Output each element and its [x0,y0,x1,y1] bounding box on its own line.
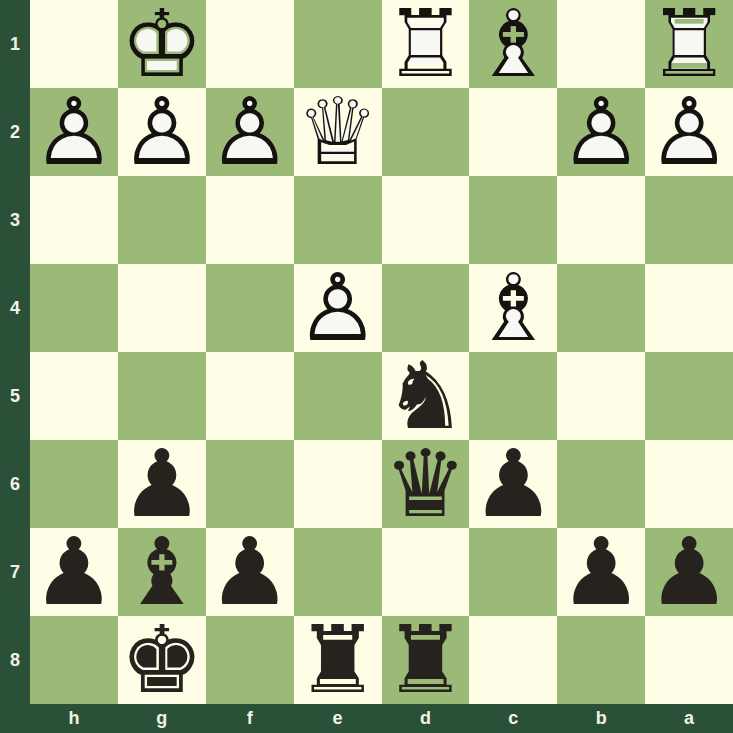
white-pawn-glyph: ♟ [645,88,733,176]
chess-board-frame: 12345678 ♚♔♜♖♝♗♜♖♟♙♟♙♟♙♛♕♟♙♟♙♟♙♝♗♞♟♛♟♟♝♟… [0,0,733,733]
square-b2[interactable]: ♟♙ [557,88,645,176]
white-rook-outline: ♖ [382,0,470,88]
square-e2[interactable]: ♛♕ [294,88,382,176]
square-h3[interactable] [30,176,118,264]
white-pawn-outline: ♙ [206,88,294,176]
square-f5[interactable] [206,352,294,440]
square-g1[interactable]: ♚♔ [118,0,206,88]
square-h5[interactable] [30,352,118,440]
white-rook-glyph: ♜ [645,0,733,88]
square-f2[interactable]: ♟♙ [206,88,294,176]
black-knight-icon[interactable]: ♞ [382,352,470,440]
square-d4[interactable] [382,264,470,352]
file-label-c: c [469,704,557,733]
square-h2[interactable]: ♟♙ [30,88,118,176]
square-f8[interactable] [206,616,294,704]
black-pawn-glyph: ♟ [557,528,645,616]
white-pawn-outline: ♙ [30,88,118,176]
square-f4[interactable] [206,264,294,352]
square-d8[interactable]: ♜ [382,616,470,704]
rank-label-4: 4 [0,264,30,352]
square-c2[interactable] [469,88,557,176]
black-pawn-glyph: ♟ [206,528,294,616]
file-label-b: b [557,704,645,733]
square-h1[interactable] [30,0,118,88]
black-rook-icon[interactable]: ♜ [294,616,382,704]
white-king-glyph: ♚ [118,0,206,88]
square-b1[interactable] [557,0,645,88]
file-label-a: a [645,704,733,733]
square-f7[interactable]: ♟ [206,528,294,616]
white-pawn-icon[interactable]: ♟♙ [206,88,294,176]
file-label-e: e [294,704,382,733]
white-rook-icon[interactable]: ♜♖ [645,0,733,88]
black-rook-glyph: ♜ [382,616,470,704]
square-g2[interactable]: ♟♙ [118,88,206,176]
white-pawn-outline: ♙ [294,264,382,352]
square-a6[interactable] [645,440,733,528]
square-f6[interactable] [206,440,294,528]
black-king-icon[interactable]: ♚ [118,616,206,704]
square-d6[interactable]: ♛ [382,440,470,528]
white-rook-glyph: ♜ [382,0,470,88]
black-queen-glyph: ♛ [382,440,470,528]
square-g8[interactable]: ♚ [118,616,206,704]
square-e6[interactable] [294,440,382,528]
white-bishop-glyph: ♝ [469,0,557,88]
black-pawn-icon[interactable]: ♟ [30,528,118,616]
square-d7[interactable] [382,528,470,616]
white-queen-outline: ♕ [294,88,382,176]
square-d1[interactable]: ♜♖ [382,0,470,88]
square-b5[interactable] [557,352,645,440]
square-g7[interactable]: ♝ [118,528,206,616]
square-c4[interactable]: ♝♗ [469,264,557,352]
file-labels: hgfedcba [30,704,733,733]
rank-label-6: 6 [0,440,30,528]
rank-labels: 12345678 [0,0,30,704]
square-h4[interactable] [30,264,118,352]
square-h7[interactable]: ♟ [30,528,118,616]
square-c8[interactable] [469,616,557,704]
black-pawn-glyph: ♟ [118,440,206,528]
white-queen-glyph: ♛ [294,88,382,176]
rank-label-7: 7 [0,528,30,616]
file-label-d: d [382,704,470,733]
white-bishop-outline: ♗ [469,0,557,88]
square-e1[interactable] [294,0,382,88]
rank-label-8: 8 [0,616,30,704]
square-b8[interactable] [557,616,645,704]
white-pawn-outline: ♙ [118,88,206,176]
square-b4[interactable] [557,264,645,352]
white-king-icon[interactable]: ♚♔ [118,0,206,88]
black-pawn-icon[interactable]: ♟ [206,528,294,616]
black-pawn-glyph: ♟ [469,440,557,528]
square-h8[interactable] [30,616,118,704]
white-pawn-icon[interactable]: ♟♙ [645,88,733,176]
square-h6[interactable] [30,440,118,528]
square-a8[interactable] [645,616,733,704]
black-pawn-icon[interactable]: ♟ [118,440,206,528]
square-b7[interactable]: ♟ [557,528,645,616]
square-e7[interactable] [294,528,382,616]
white-pawn-icon[interactable]: ♟♙ [557,88,645,176]
square-c7[interactable] [469,528,557,616]
black-knight-glyph: ♞ [382,352,470,440]
black-king-glyph: ♚ [118,616,206,704]
square-f3[interactable] [206,176,294,264]
black-pawn-icon[interactable]: ♟ [645,528,733,616]
square-a1[interactable]: ♜♖ [645,0,733,88]
white-pawn-glyph: ♟ [118,88,206,176]
board: ♚♔♜♖♝♗♜♖♟♙♟♙♟♙♛♕♟♙♟♙♟♙♝♗♞♟♛♟♟♝♟♟♟♚♜♜ [30,0,733,704]
black-rook-glyph: ♜ [294,616,382,704]
square-d3[interactable] [382,176,470,264]
rank-label-3: 3 [0,176,30,264]
black-pawn-glyph: ♟ [645,528,733,616]
square-g4[interactable] [118,264,206,352]
white-king-outline: ♔ [118,0,206,88]
white-rook-icon[interactable]: ♜♖ [382,0,470,88]
white-bishop-icon[interactable]: ♝♗ [469,264,557,352]
square-c1[interactable]: ♝♗ [469,0,557,88]
black-pawn-glyph: ♟ [30,528,118,616]
square-d5[interactable]: ♞ [382,352,470,440]
black-rook-icon[interactable]: ♜ [382,616,470,704]
black-pawn-icon[interactable]: ♟ [469,440,557,528]
white-pawn-glyph: ♟ [206,88,294,176]
square-a4[interactable] [645,264,733,352]
rank-label-2: 2 [0,88,30,176]
white-bishop-glyph: ♝ [469,264,557,352]
square-e5[interactable] [294,352,382,440]
white-pawn-icon[interactable]: ♟♙ [294,264,382,352]
square-a7[interactable]: ♟ [645,528,733,616]
white-queen-icon[interactable]: ♛♕ [294,88,382,176]
square-g5[interactable] [118,352,206,440]
rank-label-5: 5 [0,352,30,440]
square-b3[interactable] [557,176,645,264]
square-g3[interactable] [118,176,206,264]
white-pawn-outline: ♙ [645,88,733,176]
black-pawn-icon[interactable]: ♟ [557,528,645,616]
white-rook-outline: ♖ [645,0,733,88]
white-bishop-icon[interactable]: ♝♗ [469,0,557,88]
white-bishop-outline: ♗ [469,264,557,352]
black-queen-icon[interactable]: ♛ [382,440,470,528]
square-c5[interactable] [469,352,557,440]
file-label-f: f [206,704,294,733]
white-pawn-icon[interactable]: ♟♙ [118,88,206,176]
black-bishop-glyph: ♝ [118,528,206,616]
square-e3[interactable] [294,176,382,264]
white-pawn-glyph: ♟ [294,264,382,352]
square-c6[interactable]: ♟ [469,440,557,528]
square-e4[interactable]: ♟♙ [294,264,382,352]
file-label-h: h [30,704,118,733]
white-pawn-glyph: ♟ [557,88,645,176]
rank-label-1: 1 [0,0,30,88]
white-pawn-icon[interactable]: ♟♙ [30,88,118,176]
square-a5[interactable] [645,352,733,440]
white-pawn-outline: ♙ [557,88,645,176]
square-b6[interactable] [557,440,645,528]
square-e8[interactable]: ♜ [294,616,382,704]
square-a3[interactable] [645,176,733,264]
white-pawn-glyph: ♟ [30,88,118,176]
black-bishop-icon[interactable]: ♝ [118,528,206,616]
square-d2[interactable] [382,88,470,176]
square-g6[interactable]: ♟ [118,440,206,528]
file-label-g: g [118,704,206,733]
square-c3[interactable] [469,176,557,264]
square-f1[interactable] [206,0,294,88]
square-a2[interactable]: ♟♙ [645,88,733,176]
